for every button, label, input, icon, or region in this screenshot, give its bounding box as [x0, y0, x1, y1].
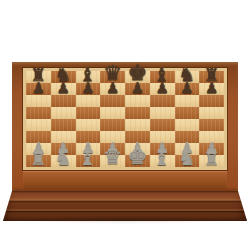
square-e1: ♚ — [125, 155, 150, 167]
chess-board: ♜♞♝♛♚♝♞♜♟♟♟♟♟♟♟♟♟♟♟♟♟♟♟♟♜♞♝♛♚♝♞♜ — [23, 68, 227, 170]
square-a7: ♟ — [26, 83, 51, 95]
black-king-e8: ♚ — [128, 62, 148, 84]
square-d3 — [100, 131, 125, 143]
square-b5 — [51, 107, 76, 119]
square-b3 — [51, 131, 76, 143]
square-d7: ♟ — [100, 83, 125, 95]
square-f1: ♝ — [150, 155, 175, 167]
white-pawn-d2: ♟ — [106, 141, 119, 156]
square-h8: ♜ — [199, 71, 224, 83]
white-pawn-b2: ♟ — [56, 141, 69, 156]
square-g4 — [175, 119, 200, 131]
black-pawn-c7: ♟ — [81, 81, 94, 96]
square-f5 — [150, 107, 175, 119]
square-h7: ♟ — [199, 83, 224, 95]
square-d6 — [100, 95, 125, 107]
black-knight-g8: ♞ — [178, 65, 195, 84]
square-a2: ♟ — [26, 143, 51, 155]
product-photo-scene: ♜♞♝♛♚♝♞♜♟♟♟♟♟♟♟♟♟♟♟♟♟♟♟♟♜♞♝♛♚♝♞♜ — [0, 0, 250, 250]
black-pawn-g7: ♟ — [180, 81, 193, 96]
square-a6 — [26, 95, 51, 107]
square-f3 — [150, 131, 175, 143]
square-b7: ♟ — [51, 83, 76, 95]
square-c4 — [76, 119, 101, 131]
square-a3 — [26, 131, 51, 143]
black-pawn-a7: ♟ — [32, 81, 45, 96]
square-d1: ♛ — [100, 155, 125, 167]
black-rook-a8: ♜ — [30, 66, 46, 84]
square-e4 — [125, 119, 150, 131]
square-b4 — [51, 119, 76, 131]
square-h4 — [199, 119, 224, 131]
square-a1: ♜ — [26, 155, 51, 167]
square-d8: ♛ — [100, 71, 125, 83]
board-frame: ♜♞♝♛♚♝♞♜♟♟♟♟♟♟♟♟♟♟♟♟♟♟♟♟♜♞♝♛♚♝♞♜ — [12, 62, 238, 191]
square-e3 — [125, 131, 150, 143]
black-bishop-c8: ♝ — [79, 65, 96, 84]
square-e6 — [125, 95, 150, 107]
black-pawn-b7: ♟ — [56, 81, 69, 96]
black-pawn-h7: ♟ — [205, 81, 218, 96]
white-pawn-h2: ♟ — [205, 141, 218, 156]
black-knight-b8: ♞ — [55, 65, 72, 84]
square-d5 — [100, 107, 125, 119]
square-f2: ♟ — [150, 143, 175, 155]
square-c1: ♝ — [76, 155, 101, 167]
black-queen-d8: ♛ — [103, 63, 122, 84]
square-c8: ♝ — [76, 71, 101, 83]
white-pawn-g2: ♟ — [180, 141, 193, 156]
square-d4 — [100, 119, 125, 131]
square-h3 — [199, 131, 224, 143]
square-d2: ♟ — [100, 143, 125, 155]
black-pawn-f7: ♟ — [155, 81, 168, 96]
square-g2: ♟ — [175, 143, 200, 155]
square-c3 — [76, 131, 101, 143]
square-b2: ♟ — [51, 143, 76, 155]
square-a5 — [26, 107, 51, 119]
square-a4 — [26, 119, 51, 131]
square-g8: ♞ — [175, 71, 200, 83]
square-f7: ♟ — [150, 83, 175, 95]
square-b6 — [51, 95, 76, 107]
square-e7: ♟ — [125, 83, 150, 95]
square-c7: ♟ — [76, 83, 101, 95]
white-pawn-f2: ♟ — [155, 141, 168, 156]
square-h6 — [199, 95, 224, 107]
square-g3 — [175, 131, 200, 143]
ground-shadow — [10, 216, 240, 224]
square-f6 — [150, 95, 175, 107]
chess-box: ♜♞♝♛♚♝♞♜♟♟♟♟♟♟♟♟♟♟♟♟♟♟♟♟♜♞♝♛♚♝♞♜ — [12, 62, 238, 221]
white-pawn-e2: ♟ — [131, 141, 144, 156]
square-g1: ♞ — [175, 155, 200, 167]
square-e2: ♟ — [125, 143, 150, 155]
square-f8: ♝ — [150, 71, 175, 83]
square-a8: ♜ — [26, 71, 51, 83]
square-g5 — [175, 107, 200, 119]
black-pawn-e7: ♟ — [131, 81, 144, 96]
square-e5 — [125, 107, 150, 119]
square-f4 — [150, 119, 175, 131]
square-h2: ♟ — [199, 143, 224, 155]
square-h1: ♜ — [199, 155, 224, 167]
square-c5 — [76, 107, 101, 119]
black-rook-h8: ♜ — [204, 66, 220, 84]
black-bishop-f8: ♝ — [154, 65, 171, 84]
square-b1: ♞ — [51, 155, 76, 167]
white-pawn-c2: ♟ — [81, 141, 94, 156]
board-front-edge — [23, 170, 227, 191]
black-pawn-d7: ♟ — [106, 81, 119, 96]
square-b8: ♞ — [51, 71, 76, 83]
square-e8: ♚ — [125, 71, 150, 83]
square-c6 — [76, 95, 101, 107]
square-h5 — [199, 107, 224, 119]
square-g6 — [175, 95, 200, 107]
white-pawn-a2: ♟ — [32, 141, 45, 156]
square-g7: ♟ — [175, 83, 200, 95]
square-c2: ♟ — [76, 143, 101, 155]
